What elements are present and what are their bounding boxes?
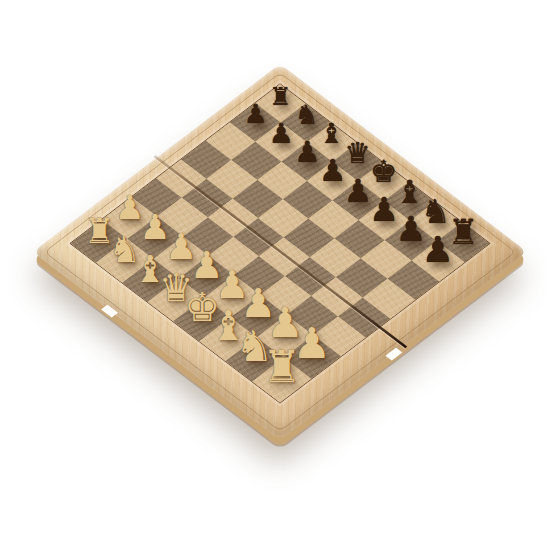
- squares-grid: ♜♞♝♛♚♝♞♜♟♟♟♟♟♟♟♟♟♟♟♟♟♟♟♟♜♞♝♛♚♝♞♜: [71, 84, 490, 402]
- product-photo: ♜♞♝♛♚♝♞♜♟♟♟♟♟♟♟♟♟♟♟♟♟♟♟♟♜♞♝♛♚♝♞♜: [0, 0, 560, 560]
- frame-corner-notch: [385, 348, 402, 361]
- chess-board: ♜♞♝♛♚♝♞♜♟♟♟♟♟♟♟♟♟♟♟♟♟♟♟♟♜♞♝♛♚♝♞♜: [33, 64, 528, 440]
- piece-black-rook: ♜: [269, 83, 291, 108]
- playing-area: ♜♞♝♛♚♝♞♜♟♟♟♟♟♟♟♟♟♟♟♟♟♟♟♟♜♞♝♛♚♝♞♜: [69, 83, 490, 403]
- frame-corner-notch: [101, 304, 118, 317]
- board-frame: ♜♞♝♛♚♝♞♜♟♟♟♟♟♟♟♟♟♟♟♟♟♟♟♟♜♞♝♛♚♝♞♜: [33, 64, 528, 440]
